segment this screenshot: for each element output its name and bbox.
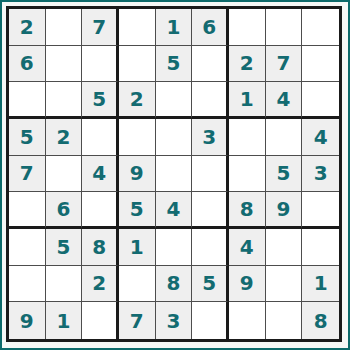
cell-r4c6[interactable]: 3 (192, 119, 229, 156)
cell-r2c1[interactable]: 6 (9, 46, 46, 83)
cell-r1c5[interactable]: 1 (156, 9, 193, 46)
cell-r3c9[interactable] (302, 82, 339, 119)
cell-r9c9[interactable]: 8 (302, 302, 339, 339)
cell-r6c4[interactable]: 5 (119, 192, 156, 229)
cell-r7c8[interactable] (266, 229, 303, 266)
cell-r4c7[interactable] (229, 119, 266, 156)
cell-r6c5[interactable]: 4 (156, 192, 193, 229)
cell-r8c4[interactable] (119, 266, 156, 303)
cell-r3c8[interactable]: 4 (266, 82, 303, 119)
cell-r4c1[interactable]: 5 (9, 119, 46, 156)
cell-r4c3[interactable] (82, 119, 119, 156)
cell-r6c6[interactable] (192, 192, 229, 229)
cell-r5c2[interactable] (46, 156, 83, 193)
cell-r1c2[interactable] (46, 9, 83, 46)
cell-r3c5[interactable] (156, 82, 193, 119)
cell-r1c9[interactable] (302, 9, 339, 46)
cell-r4c5[interactable] (156, 119, 193, 156)
cell-r5c4[interactable]: 9 (119, 156, 156, 193)
cell-r9c6[interactable] (192, 302, 229, 339)
cell-r4c4[interactable] (119, 119, 156, 156)
sudoku-board: 2716652752145234749536548958142859191738 (6, 6, 342, 342)
cell-r9c5[interactable]: 3 (156, 302, 193, 339)
cell-r6c8[interactable]: 9 (266, 192, 303, 229)
sudoku-page: { "game": "sudoku", "grid_size": 9, "pos… (0, 0, 350, 350)
cell-r8c1[interactable] (9, 266, 46, 303)
cell-r7c2[interactable]: 5 (46, 229, 83, 266)
cell-r8c8[interactable] (266, 266, 303, 303)
cell-r6c2[interactable]: 6 (46, 192, 83, 229)
cell-r9c2[interactable]: 1 (46, 302, 83, 339)
cell-r9c8[interactable] (266, 302, 303, 339)
cell-r2c8[interactable]: 7 (266, 46, 303, 83)
cell-r2c4[interactable] (119, 46, 156, 83)
cell-r2c9[interactable] (302, 46, 339, 83)
cell-r4c8[interactable] (266, 119, 303, 156)
cell-r8c6[interactable]: 5 (192, 266, 229, 303)
cell-r5c9[interactable]: 3 (302, 156, 339, 193)
cell-r7c6[interactable] (192, 229, 229, 266)
cell-r5c8[interactable]: 5 (266, 156, 303, 193)
cell-r8c9[interactable]: 1 (302, 266, 339, 303)
cell-r9c3[interactable] (82, 302, 119, 339)
cell-r6c1[interactable] (9, 192, 46, 229)
cell-r7c5[interactable] (156, 229, 193, 266)
cell-r1c6[interactable]: 6 (192, 9, 229, 46)
cell-r2c2[interactable] (46, 46, 83, 83)
cell-r4c9[interactable]: 4 (302, 119, 339, 156)
cell-r7c9[interactable] (302, 229, 339, 266)
cell-r2c7[interactable]: 2 (229, 46, 266, 83)
cell-r5c5[interactable] (156, 156, 193, 193)
cell-r3c3[interactable]: 5 (82, 82, 119, 119)
cell-r8c5[interactable]: 8 (156, 266, 193, 303)
cell-r5c7[interactable] (229, 156, 266, 193)
cell-r1c4[interactable] (119, 9, 156, 46)
cell-r4c2[interactable]: 2 (46, 119, 83, 156)
cell-r5c3[interactable]: 4 (82, 156, 119, 193)
cell-r7c4[interactable]: 1 (119, 229, 156, 266)
cell-r8c7[interactable]: 9 (229, 266, 266, 303)
cell-r5c1[interactable]: 7 (9, 156, 46, 193)
cell-r5c6[interactable] (192, 156, 229, 193)
cell-r6c7[interactable]: 8 (229, 192, 266, 229)
cell-r7c7[interactable]: 4 (229, 229, 266, 266)
cell-r3c2[interactable] (46, 82, 83, 119)
cell-r3c1[interactable] (9, 82, 46, 119)
cell-r9c7[interactable] (229, 302, 266, 339)
cell-r9c1[interactable]: 9 (9, 302, 46, 339)
cell-r6c9[interactable] (302, 192, 339, 229)
cell-r3c4[interactable]: 2 (119, 82, 156, 119)
cell-r7c1[interactable] (9, 229, 46, 266)
cell-r1c8[interactable] (266, 9, 303, 46)
cell-r2c3[interactable] (82, 46, 119, 83)
cell-r2c5[interactable]: 5 (156, 46, 193, 83)
cell-r1c7[interactable] (229, 9, 266, 46)
cell-r9c4[interactable]: 7 (119, 302, 156, 339)
cell-r2c6[interactable] (192, 46, 229, 83)
cell-r3c6[interactable] (192, 82, 229, 119)
cell-r3c7[interactable]: 1 (229, 82, 266, 119)
cell-r6c3[interactable] (82, 192, 119, 229)
cell-r1c3[interactable]: 7 (82, 9, 119, 46)
cell-r7c3[interactable]: 8 (82, 229, 119, 266)
cell-r8c2[interactable] (46, 266, 83, 303)
cell-r1c1[interactable]: 2 (9, 9, 46, 46)
cell-r8c3[interactable]: 2 (82, 266, 119, 303)
